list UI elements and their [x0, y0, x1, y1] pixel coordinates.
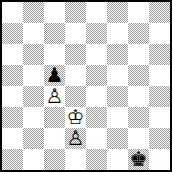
square-e1[interactable] [86, 149, 107, 170]
square-b4[interactable] [23, 86, 44, 107]
square-c8[interactable] [44, 2, 65, 23]
square-a8[interactable] [2, 2, 23, 23]
square-a1[interactable] [2, 149, 23, 170]
square-c6[interactable] [44, 44, 65, 65]
square-b8[interactable] [23, 2, 44, 23]
square-g8[interactable] [128, 2, 149, 23]
square-c5[interactable]: ♟ [44, 65, 65, 86]
square-d2[interactable]: ♙ [65, 128, 86, 149]
white-pawn: ♙ [67, 128, 85, 149]
square-e4[interactable] [86, 86, 107, 107]
square-g3[interactable] [128, 107, 149, 128]
square-h3[interactable] [149, 107, 170, 128]
square-d3[interactable]: ♔ [65, 107, 86, 128]
square-a4[interactable] [2, 86, 23, 107]
square-d5[interactable] [65, 65, 86, 86]
white-pawn: ♙ [46, 86, 64, 107]
square-f7[interactable] [107, 23, 128, 44]
square-a2[interactable] [2, 128, 23, 149]
square-b6[interactable] [23, 44, 44, 65]
square-g5[interactable] [128, 65, 149, 86]
square-h7[interactable] [149, 23, 170, 44]
square-e2[interactable] [86, 128, 107, 149]
square-b3[interactable] [23, 107, 44, 128]
square-f3[interactable] [107, 107, 128, 128]
square-c4[interactable]: ♙ [44, 86, 65, 107]
square-g6[interactable] [128, 44, 149, 65]
square-g7[interactable] [128, 23, 149, 44]
square-f6[interactable] [107, 44, 128, 65]
chess-board: ♟♙♔♙♚ [0, 0, 172, 172]
square-a6[interactable] [2, 44, 23, 65]
square-d7[interactable] [65, 23, 86, 44]
square-h1[interactable] [149, 149, 170, 170]
square-h8[interactable] [149, 2, 170, 23]
square-f2[interactable] [107, 128, 128, 149]
square-g1[interactable]: ♚ [128, 149, 149, 170]
white-king: ♔ [67, 107, 85, 128]
square-c1[interactable] [44, 149, 65, 170]
square-f5[interactable] [107, 65, 128, 86]
square-e3[interactable] [86, 107, 107, 128]
square-d6[interactable] [65, 44, 86, 65]
square-b7[interactable] [23, 23, 44, 44]
square-a3[interactable] [2, 107, 23, 128]
square-f1[interactable] [107, 149, 128, 170]
square-d4[interactable] [65, 86, 86, 107]
square-d1[interactable] [65, 149, 86, 170]
square-e8[interactable] [86, 2, 107, 23]
square-c2[interactable] [44, 128, 65, 149]
square-e6[interactable] [86, 44, 107, 65]
square-d8[interactable] [65, 2, 86, 23]
square-b1[interactable] [23, 149, 44, 170]
square-g4[interactable] [128, 86, 149, 107]
square-e5[interactable] [86, 65, 107, 86]
square-h2[interactable] [149, 128, 170, 149]
square-b5[interactable] [23, 65, 44, 86]
square-a7[interactable] [2, 23, 23, 44]
square-b2[interactable] [23, 128, 44, 149]
square-g2[interactable] [128, 128, 149, 149]
square-f4[interactable] [107, 86, 128, 107]
square-a5[interactable] [2, 65, 23, 86]
square-h6[interactable] [149, 44, 170, 65]
square-h4[interactable] [149, 86, 170, 107]
square-c7[interactable] [44, 23, 65, 44]
square-h5[interactable] [149, 65, 170, 86]
square-f8[interactable] [107, 2, 128, 23]
square-e7[interactable] [86, 23, 107, 44]
black-king: ♚ [130, 149, 148, 170]
chess-diagram: ♟♙♔♙♚ [0, 0, 172, 172]
square-c3[interactable] [44, 107, 65, 128]
black-pawn: ♟ [46, 65, 64, 86]
